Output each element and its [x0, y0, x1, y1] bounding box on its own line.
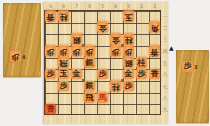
piece-34[interactable]: 歩	[123, 46, 134, 57]
piece-68[interactable]: 飛	[84, 92, 95, 103]
rank-label-3: 三	[162, 36, 168, 42]
file-label-3: 3	[122, 3, 135, 9]
piece-56[interactable]: 歩	[97, 69, 108, 80]
piece-94[interactable]: 歩	[45, 46, 56, 57]
piece-36[interactable]: 金	[123, 69, 134, 80]
piece-44[interactable]: 歩	[110, 46, 121, 57]
gote-hand-tray: ▽ 歩4	[3, 3, 41, 77]
hand-count-gote: 4	[22, 55, 25, 60]
piece-81[interactable]: 桂	[58, 11, 69, 22]
rank-label-4: 四	[162, 48, 168, 54]
piece-52[interactable]: 金	[97, 22, 108, 33]
file-label-9: 9	[44, 3, 57, 9]
file-label-5: 5	[96, 3, 109, 9]
piece-65[interactable]: 銀	[84, 57, 95, 68]
piece-37[interactable]: 歩	[123, 81, 134, 92]
piece-43[interactable]: 金	[110, 34, 121, 45]
rank-label-5: 五	[162, 60, 168, 66]
piece-33[interactable]: 桂	[123, 34, 134, 45]
file-label-4: 4	[109, 3, 122, 9]
piece-86[interactable]: 玉	[58, 69, 69, 80]
rank-label-7: 七	[162, 83, 168, 89]
shogi-board[interactable]: 987654321一二三四五六七八九香桂玉金角銀金桂歩歩歩歩歩歩香飛銀銀桂歩玉金…	[43, 2, 168, 124]
rank-label-9: 九	[162, 106, 168, 112]
rank-label-6: 六	[162, 71, 168, 77]
piece-85[interactable]: 飛	[58, 57, 69, 68]
piece-35[interactable]: 銀	[123, 57, 134, 68]
piece-12[interactable]: 角	[149, 22, 160, 33]
rank-label-2: 二	[162, 25, 168, 31]
piece-73[interactable]: 銀	[71, 34, 82, 45]
piece-31[interactable]: 玉	[123, 11, 134, 22]
file-label-1: 1	[148, 3, 161, 9]
piece-74[interactable]: 歩	[71, 46, 82, 57]
piece-64[interactable]: 歩	[84, 46, 95, 57]
rank-label-8: 八	[162, 95, 168, 101]
piece-25[interactable]: 桂	[136, 57, 147, 68]
file-label-2: 2	[135, 3, 148, 9]
sente-hand-tray: 歩3	[176, 50, 209, 123]
piece-47[interactable]: 桂	[110, 81, 121, 92]
rank-label-1: 一	[162, 13, 168, 19]
sente-marker-icon: ▲	[169, 45, 174, 51]
piece-96[interactable]: 歩	[45, 69, 56, 80]
piece-87[interactable]: 歩	[58, 81, 69, 92]
file-label-8: 8	[57, 3, 70, 9]
file-label-7: 7	[70, 3, 83, 9]
piece-76[interactable]: 金	[71, 69, 82, 80]
file-label-6: 6	[83, 3, 96, 9]
piece-26[interactable]: 歩	[136, 69, 147, 80]
piece-99[interactable]: 香	[45, 104, 56, 115]
piece-67[interactable]: 銀	[84, 81, 95, 92]
piece-91[interactable]: 香	[45, 11, 56, 22]
piece-58[interactable]: 馬	[97, 92, 108, 103]
gote-marker-icon: ▽	[3, 68, 7, 73]
piece-14[interactable]: 香	[149, 46, 160, 57]
piece-84[interactable]: 歩	[58, 46, 69, 57]
hand-piece-sente[interactable]: 歩	[182, 61, 193, 72]
piece-16[interactable]: 香	[149, 69, 160, 80]
hand-piece-gote[interactable]: 歩	[10, 51, 21, 62]
shogi-app-screen: ▽ 歩4 987654321一二三四五六七八九香桂玉金角銀金桂歩歩歩歩歩歩香飛銀…	[0, 0, 210, 126]
hand-count-sente: 3	[194, 65, 197, 70]
